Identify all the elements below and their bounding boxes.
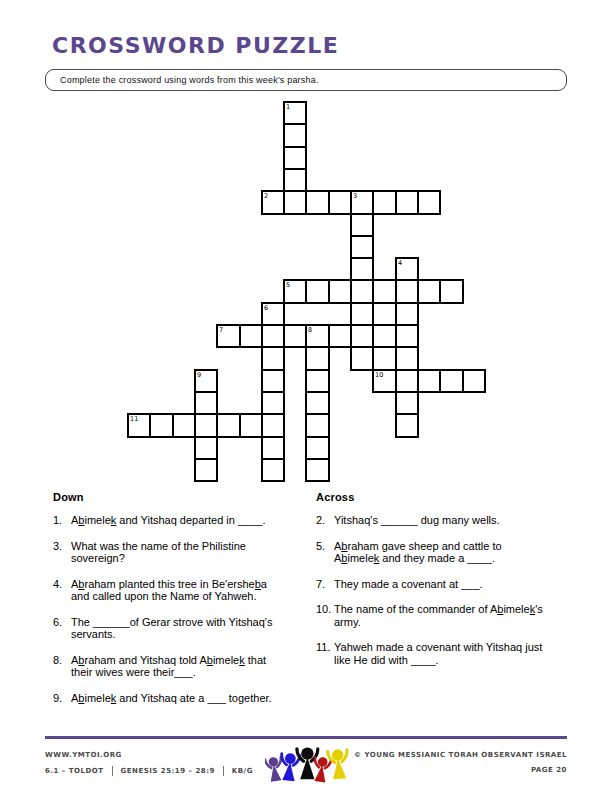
footer-divider — [45, 736, 567, 739]
crossword-cell[interactable] — [462, 369, 486, 393]
clue-text: Yahweh made a covenant with Yitshaq just… — [334, 641, 549, 666]
crossword-grid: 1234567891011 — [127, 101, 487, 483]
clue-number: 7. — [316, 578, 334, 591]
across-clue-list: 2.Yitshaq's ______ dug many wells.5.Abra… — [316, 514, 556, 666]
crossword-cell[interactable] — [417, 190, 441, 215]
footer-lesson-line: 6.1 – TOLDOT GENESIS 25:19 – 28:9 KB/G — [45, 766, 253, 776]
footer-page-number: PAGE 20 — [531, 766, 567, 774]
crossword-cell[interactable] — [239, 324, 263, 348]
clue-number-label: 9 — [197, 372, 201, 379]
clue-number-label: 6 — [264, 305, 268, 312]
crossword-cell[interactable] — [439, 279, 464, 304]
crossword-cell[interactable] — [194, 413, 218, 438]
clue-number-label: 1 — [286, 104, 290, 111]
clue-text: They made a covenant at ___. — [334, 578, 549, 591]
footer-copyright: © YOUNG MESSIANIC TORAH OBSERVANT ISRAEL — [354, 751, 567, 759]
clue-number-label: 8 — [308, 327, 312, 334]
crossword-cell[interactable] — [261, 436, 285, 460]
clue-item: 6.The ______of Gerar strove with Yitshaq… — [53, 616, 293, 641]
crossword-cell[interactable] — [395, 413, 419, 438]
clue-number: 5. — [316, 540, 334, 565]
across-heading: Across — [316, 491, 556, 503]
footer-website: WWW.YMTOI.ORG — [45, 751, 122, 759]
crossword-cell[interactable] — [261, 346, 285, 371]
crossword-cell[interactable] — [261, 413, 285, 438]
crossword-cell[interactable] — [194, 458, 218, 482]
clue-text: The ______of Gerar strove with Yitshaq's… — [71, 616, 286, 641]
crossword-cell[interactable] — [417, 369, 441, 393]
down-clues-section: Down 1.Abimelek and Yitshaq departed in … — [53, 491, 293, 717]
crossword-cell[interactable] — [439, 369, 464, 393]
crossword-cell[interactable] — [216, 413, 241, 438]
crossword-cell[interactable] — [372, 324, 397, 348]
clue-text: Abimelek and Yitshaq ate a ___ together. — [71, 692, 286, 705]
clue-item: 5.Abraham gave sheep and cattle to Abime… — [316, 540, 556, 565]
crossword-cell[interactable] — [305, 190, 330, 215]
crossword-cell[interactable] — [305, 413, 330, 438]
crossword-cell[interactable] — [350, 257, 374, 281]
crossword-cell[interactable] — [350, 279, 374, 304]
crossword-cell[interactable] — [395, 346, 419, 371]
clue-number-label: 2 — [264, 193, 268, 200]
crossword-cell[interactable] — [305, 458, 330, 482]
logo-figure — [265, 756, 284, 782]
crossword-cell[interactable] — [239, 413, 263, 438]
clue-text: Yitshaq's ______ dug many wells. — [334, 514, 549, 527]
clue-text: Abraham and Yitshaq told Abimelek that t… — [71, 654, 286, 679]
clue-item: 8.Abraham and Yitshaq told Abimelek that… — [53, 654, 293, 679]
clue-text: Abraham planted this tree in Be'ersheba … — [71, 578, 286, 603]
clue-number: 11. — [316, 641, 334, 666]
crossword-cell[interactable] — [305, 346, 330, 371]
logo-figure — [279, 752, 299, 781]
clue-number: 10. — [316, 603, 334, 628]
across-clues-section: Across 2.Yitshaq's ______ dug many wells… — [316, 491, 556, 679]
page-title: CROSSWORD PUZZLE — [52, 33, 339, 58]
crossword-cell[interactable] — [149, 413, 174, 438]
clue-number: 8. — [53, 654, 71, 679]
crossword-cell[interactable] — [305, 369, 330, 393]
clue-text: What was the name of the Philistine sove… — [71, 540, 286, 565]
crossword-cell[interactable] — [194, 436, 218, 460]
clue-text: Abraham gave sheep and cattle to Abimele… — [334, 540, 549, 565]
clue-text: The name of the commander of Abimelek's … — [334, 603, 549, 628]
crossword-cell[interactable] — [350, 346, 374, 371]
clue-number: 4. — [53, 578, 71, 603]
crossword-cell[interactable] — [417, 279, 441, 304]
footer-initials: KB/G — [232, 767, 253, 775]
logo-figure — [312, 756, 332, 783]
clue-number: 9. — [53, 692, 71, 705]
down-heading: Down — [53, 491, 293, 503]
crossword-cell[interactable] — [261, 458, 285, 482]
instruction-box: Complete the crossword using words from … — [45, 69, 567, 91]
crossword-cell[interactable] — [261, 324, 285, 348]
crossword-cell[interactable] — [305, 279, 330, 304]
crossword-cell[interactable] — [395, 324, 419, 348]
clue-item: 4.Abraham planted this tree in Be'ersheb… — [53, 578, 293, 603]
crossword-cell[interactable] — [350, 324, 374, 348]
crossword-cell[interactable] — [395, 302, 419, 326]
crossword-cell[interactable] — [172, 413, 196, 438]
crossword-cell[interactable] — [261, 369, 285, 393]
crossword-cell[interactable] — [328, 324, 352, 348]
crossword-cell[interactable] — [283, 190, 307, 215]
clue-number-label: 5 — [286, 282, 290, 289]
clue-number-label: 7 — [219, 327, 223, 334]
clue-item: 3.What was the name of the Philistine so… — [53, 540, 293, 565]
crossword-cell[interactable] — [283, 324, 307, 348]
crossword-cell[interactable] — [395, 190, 419, 215]
clue-number-label: 3 — [353, 193, 357, 200]
crossword-cell[interactable] — [372, 279, 397, 304]
clue-item: 2.Yitshaq's ______ dug many wells. — [316, 514, 556, 527]
crossword-cell[interactable] — [350, 213, 374, 237]
footer-separator — [112, 766, 113, 776]
clue-item: 11.Yahweh made a covenant with Yitshaq j… — [316, 641, 556, 666]
crossword-cell[interactable] — [305, 391, 330, 415]
crossword-cell[interactable] — [328, 279, 352, 304]
clue-item: 7.They made a covenant at ___. — [316, 578, 556, 591]
clue-number-label: 11 — [130, 416, 138, 423]
crossword-cell[interactable] — [283, 168, 307, 192]
crossword-cell[interactable] — [350, 235, 374, 259]
clue-item: 9.Abimelek and Yitshaq ate a ___ togethe… — [53, 692, 293, 705]
crossword-cell[interactable] — [305, 436, 330, 460]
clue-item: 1.Abimelek and Yitshaq departed in ____. — [53, 514, 293, 527]
crossword-cell[interactable] — [283, 146, 307, 170]
crossword-cell[interactable] — [395, 279, 419, 304]
footer-separator — [223, 766, 224, 776]
clue-text: Abimelek and Yitshaq departed in ____. — [71, 514, 286, 527]
clue-number: 1. — [53, 514, 71, 527]
clue-number: 3. — [53, 540, 71, 565]
crossword-cell[interactable] — [395, 369, 419, 393]
crossword-cell[interactable] — [350, 302, 374, 326]
instruction-text: Complete the crossword using words from … — [46, 75, 319, 85]
crossword-cell[interactable] — [283, 123, 307, 148]
clue-number-label: 10 — [375, 372, 383, 379]
crossword-cell[interactable] — [328, 190, 352, 215]
footer-scripture: GENESIS 25:19 – 28:9 — [121, 767, 215, 775]
ymtoi-dancing-figures-logo — [265, 745, 353, 789]
crossword-cell[interactable] — [261, 391, 285, 415]
down-clue-list: 1.Abimelek and Yitshaq departed in ____.… — [53, 514, 293, 704]
footer-lesson: 6.1 – TOLDOT — [45, 767, 104, 775]
worksheet-page: CROSSWORD PUZZLE Complete the crossword … — [0, 0, 612, 792]
crossword-cell[interactable] — [395, 391, 419, 415]
crossword-cell[interactable] — [194, 391, 218, 415]
clue-number: 2. — [316, 514, 334, 527]
clue-number-label: 4 — [398, 260, 402, 267]
crossword-cell[interactable] — [372, 190, 397, 215]
clue-item: 10.The name of the commander of Abimelek… — [316, 603, 556, 628]
clue-number: 6. — [53, 616, 71, 641]
